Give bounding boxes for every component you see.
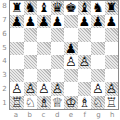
file-label-c: c [37,110,51,120]
square-d2[interactable]: ♙ [51,82,65,96]
square-b3[interactable] [24,69,38,83]
square-e3[interactable] [64,69,78,83]
square-a2[interactable]: ♙ [10,82,24,96]
rank-labels: 87654321 [0,0,9,110]
black-bishop: ♝ [78,1,90,14]
square-c8[interactable]: ♝ [37,1,51,15]
black-pawn: ♟ [65,42,77,55]
square-f7[interactable]: ♟ [78,15,92,29]
square-d4[interactable] [51,55,65,69]
black-rook: ♜ [105,1,117,14]
square-c5[interactable] [37,42,51,56]
square-b6[interactable] [24,28,38,42]
black-pawn: ♟ [78,15,90,28]
square-h8[interactable]: ♜ [105,1,119,15]
square-f8[interactable]: ♝ [78,1,92,15]
white-rook: ♖ [105,96,117,109]
square-f2[interactable] [78,82,92,96]
black-knight: ♞ [92,1,104,14]
square-g8[interactable]: ♞ [91,1,105,15]
white-pawn: ♙ [78,55,90,68]
square-e6[interactable] [64,28,78,42]
white-rook: ♖ [11,96,23,109]
file-label-a: a [9,110,23,120]
square-f3[interactable] [78,69,92,83]
square-a4[interactable] [10,55,24,69]
square-a7[interactable]: ♟ [10,15,24,29]
square-a6[interactable] [10,28,24,42]
black-king: ♚ [65,1,77,14]
square-d3[interactable] [51,69,65,83]
black-rook: ♜ [11,1,23,14]
square-c1[interactable]: ♗ [37,96,51,110]
square-h3[interactable] [105,69,119,83]
white-bishop: ♗ [78,96,90,109]
square-b5[interactable] [24,42,38,56]
black-pawn: ♟ [92,15,104,28]
square-c7[interactable]: ♟ [37,15,51,29]
rank-label-1: 1 [0,96,9,110]
file-labels: abcdefgh [9,110,119,120]
white-pawn: ♙ [105,82,117,95]
square-b1[interactable]: ♘ [24,96,38,110]
square-e8[interactable]: ♚ [64,1,78,15]
square-h4[interactable] [105,55,119,69]
white-knight: ♘ [24,96,36,109]
file-label-b: b [23,110,37,120]
chess-board: ♜♞♝♛♚♝♞♜♟♟♟♟♟♟♟♟♙♙♙♙♙♙♙♙♖♘♗♕♔♗♘♖ [9,0,119,110]
square-d7[interactable]: ♟ [51,15,65,29]
square-d8[interactable]: ♛ [51,1,65,15]
square-c2[interactable]: ♙ [37,82,51,96]
square-e1[interactable]: ♔ [64,96,78,110]
white-pawn: ♙ [11,82,23,95]
square-e2[interactable] [64,82,78,96]
square-a8[interactable]: ♜ [10,1,24,15]
square-c6[interactable] [37,28,51,42]
square-h5[interactable] [105,42,119,56]
square-d5[interactable] [51,42,65,56]
black-queen: ♛ [51,1,63,14]
rank-label-5: 5 [0,41,9,55]
square-g5[interactable] [91,42,105,56]
white-king: ♔ [65,96,77,109]
square-g6[interactable] [91,28,105,42]
square-a5[interactable] [10,42,24,56]
square-g2[interactable]: ♙ [91,82,105,96]
square-a3[interactable] [10,69,24,83]
white-pawn: ♙ [51,82,63,95]
black-pawn: ♟ [24,15,36,28]
black-knight: ♞ [24,1,36,14]
rank-label-2: 2 [0,83,9,97]
black-bishop: ♝ [38,1,50,14]
square-g1[interactable]: ♘ [91,96,105,110]
square-c4[interactable] [37,55,51,69]
square-g3[interactable] [91,69,105,83]
square-h6[interactable] [105,28,119,42]
black-pawn: ♟ [11,15,23,28]
square-f5[interactable] [78,42,92,56]
file-label-e: e [64,110,78,120]
black-pawn: ♟ [38,15,50,28]
white-pawn: ♙ [65,55,77,68]
rank-label-4: 4 [0,55,9,69]
file-label-h: h [105,110,119,120]
chess-diagram: 87654321 ♜♞♝♛♚♝♞♜♟♟♟♟♟♟♟♟♙♙♙♙♙♙♙♙♖♘♗♕♔♗♘… [0,0,120,120]
square-h7[interactable]: ♟ [105,15,119,29]
file-label-g: g [92,110,106,120]
square-h2[interactable]: ♙ [105,82,119,96]
square-b2[interactable]: ♙ [24,82,38,96]
square-b4[interactable] [24,55,38,69]
square-a1[interactable]: ♖ [10,96,24,110]
square-b8[interactable]: ♞ [24,1,38,15]
rank-label-7: 7 [0,14,9,28]
rank-label-3: 3 [0,69,9,83]
square-g4[interactable] [91,55,105,69]
square-b7[interactable]: ♟ [24,15,38,29]
square-e4[interactable]: ♙ [64,55,78,69]
black-pawn: ♟ [51,15,63,28]
square-f4[interactable]: ♙ [78,55,92,69]
white-pawn: ♙ [92,82,104,95]
white-pawn: ♙ [38,82,50,95]
square-e7[interactable] [64,15,78,29]
square-e5[interactable]: ♟ [64,42,78,56]
file-label-d: d [50,110,64,120]
file-label-f: f [78,110,92,120]
square-h1[interactable]: ♖ [105,96,119,110]
square-d6[interactable] [51,28,65,42]
square-f6[interactable] [78,28,92,42]
white-bishop: ♗ [38,96,50,109]
square-f1[interactable]: ♗ [78,96,92,110]
white-pawn: ♙ [24,82,36,95]
white-queen: ♕ [51,96,63,109]
white-knight: ♘ [92,96,104,109]
square-d1[interactable]: ♕ [51,96,65,110]
black-pawn: ♟ [105,15,117,28]
square-c3[interactable] [37,69,51,83]
rank-label-8: 8 [0,0,9,14]
rank-label-6: 6 [0,28,9,42]
square-g7[interactable]: ♟ [91,15,105,29]
